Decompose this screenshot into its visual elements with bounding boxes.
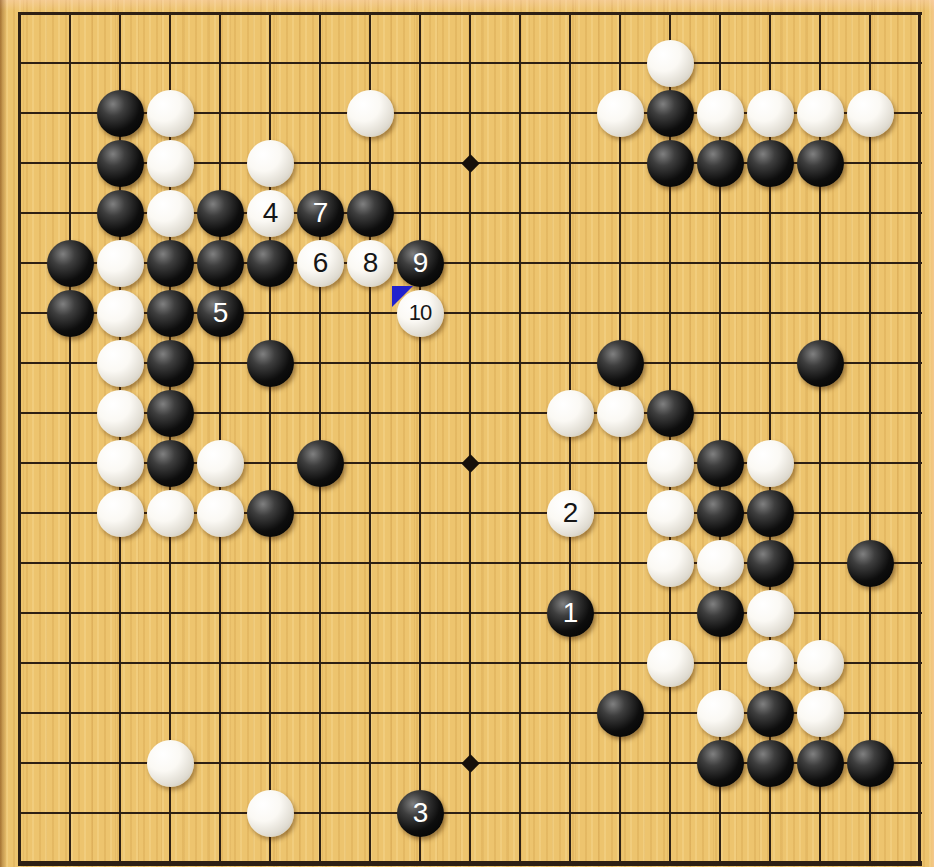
stone-white xyxy=(97,240,144,287)
stone-white xyxy=(797,90,844,137)
hoshi-point xyxy=(461,154,479,172)
move-number-label: 8 xyxy=(347,240,394,287)
grid-vline xyxy=(219,12,221,865)
stone-black xyxy=(797,140,844,187)
board-top-edge xyxy=(0,0,934,11)
stone-white-move-10: 10 xyxy=(397,290,444,337)
stone-white xyxy=(647,540,694,587)
grid-vline xyxy=(319,12,321,865)
stone-white xyxy=(697,90,744,137)
stone-white xyxy=(97,490,144,537)
stone-white-move-8: 8 xyxy=(347,240,394,287)
stone-white xyxy=(747,440,794,487)
stone-black xyxy=(297,440,344,487)
stone-white xyxy=(647,490,694,537)
stone-white xyxy=(597,390,644,437)
hoshi-point xyxy=(461,454,479,472)
stone-black xyxy=(747,140,794,187)
stone-black xyxy=(847,540,894,587)
stone-white xyxy=(147,190,194,237)
stone-white xyxy=(347,90,394,137)
stone-black xyxy=(747,690,794,737)
stone-white xyxy=(147,140,194,187)
stone-black xyxy=(747,490,794,537)
stone-black xyxy=(47,290,94,337)
stone-white xyxy=(97,440,144,487)
stone-black xyxy=(747,740,794,787)
stone-black-move-9: 9 xyxy=(397,240,444,287)
stone-white xyxy=(97,290,144,337)
stone-white xyxy=(697,540,744,587)
stone-white xyxy=(647,640,694,687)
stone-white xyxy=(847,90,894,137)
stone-black xyxy=(147,340,194,387)
stone-white xyxy=(197,440,244,487)
stone-black xyxy=(47,240,94,287)
move-number-label: 3 xyxy=(397,790,444,837)
stone-black xyxy=(247,490,294,537)
stone-black xyxy=(147,290,194,337)
stone-black xyxy=(147,440,194,487)
stone-black xyxy=(97,190,144,237)
grid-vline xyxy=(869,12,871,865)
stone-black xyxy=(797,340,844,387)
stone-white xyxy=(747,590,794,637)
stone-black-move-5: 5 xyxy=(197,290,244,337)
stone-black xyxy=(647,140,694,187)
stone-black-move-1: 1 xyxy=(547,590,594,637)
stone-black xyxy=(247,240,294,287)
grid-vline xyxy=(619,12,621,865)
board-left-edge xyxy=(0,0,7,867)
stone-black xyxy=(847,740,894,787)
stone-black xyxy=(147,240,194,287)
stone-black xyxy=(597,690,644,737)
go-board-diagram: 47689510213 xyxy=(0,0,934,867)
move-number-label: 7 xyxy=(297,190,344,237)
stone-black xyxy=(247,340,294,387)
grid-vline xyxy=(18,12,21,865)
stone-white xyxy=(547,390,594,437)
stone-white xyxy=(247,790,294,837)
move-number-label: 6 xyxy=(297,240,344,287)
stone-black xyxy=(97,140,144,187)
stone-white xyxy=(647,440,694,487)
stone-white xyxy=(697,690,744,737)
stone-black xyxy=(197,190,244,237)
stone-white xyxy=(147,740,194,787)
stone-black xyxy=(197,240,244,287)
grid-hline xyxy=(18,12,922,15)
stone-white xyxy=(147,490,194,537)
stone-white xyxy=(247,140,294,187)
stone-white-move-6: 6 xyxy=(297,240,344,287)
stone-black xyxy=(697,490,744,537)
hoshi-point xyxy=(461,754,479,772)
grid-hline xyxy=(18,812,922,814)
stone-white xyxy=(97,390,144,437)
stone-black-move-3: 3 xyxy=(397,790,444,837)
grid-hline xyxy=(18,62,922,64)
stone-white xyxy=(147,90,194,137)
move-number-label: 9 xyxy=(397,240,444,287)
stone-white xyxy=(747,640,794,687)
stone-white-move-2: 2 xyxy=(547,490,594,537)
move-number-label: 2 xyxy=(547,490,594,537)
stone-white xyxy=(797,690,844,737)
grid-vline xyxy=(569,12,571,865)
stone-white xyxy=(197,490,244,537)
stone-black xyxy=(697,440,744,487)
stone-black xyxy=(597,340,644,387)
stone-black xyxy=(697,140,744,187)
grid-vline xyxy=(469,12,471,865)
grid-vline xyxy=(69,12,71,865)
stone-black-move-7: 7 xyxy=(297,190,344,237)
stone-black xyxy=(647,90,694,137)
board-right-edge xyxy=(929,0,934,867)
grid-hline xyxy=(18,861,922,866)
stone-black xyxy=(797,740,844,787)
stone-white-move-4: 4 xyxy=(247,190,294,237)
stone-black xyxy=(697,590,744,637)
move-number-label: 10 xyxy=(397,290,444,337)
grid-vline xyxy=(918,12,921,865)
stone-black xyxy=(97,90,144,137)
stone-black xyxy=(647,390,694,437)
move-number-label: 1 xyxy=(547,590,594,637)
stone-white xyxy=(647,40,694,87)
stone-black xyxy=(147,390,194,437)
stone-black xyxy=(747,540,794,587)
grid-vline xyxy=(419,12,421,865)
move-number-label: 5 xyxy=(197,290,244,337)
stone-white xyxy=(747,90,794,137)
grid-vline xyxy=(369,12,371,865)
stone-white xyxy=(97,340,144,387)
stone-white xyxy=(597,90,644,137)
stone-white xyxy=(797,640,844,687)
grid-vline xyxy=(519,12,521,865)
stone-black xyxy=(347,190,394,237)
move-number-label: 4 xyxy=(247,190,294,237)
stone-black xyxy=(697,740,744,787)
